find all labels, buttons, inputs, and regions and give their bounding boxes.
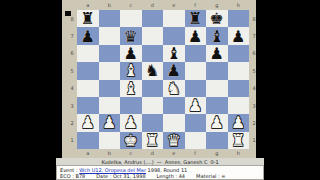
players-separator: — <box>157 159 162 165</box>
square-a7: ♟ <box>77 27 99 44</box>
square-c6: ♟ <box>120 45 142 62</box>
coord-label: 4 <box>68 80 76 97</box>
coord-label: 4 <box>250 80 258 97</box>
square-h8 <box>228 10 250 27</box>
square-f7: ♟ <box>185 27 207 44</box>
square-d3 <box>142 97 164 114</box>
piece-white-pawn-f3: ♟ <box>188 97 202 114</box>
caption-box: Event : Wch U12, Oropesa del Mar 1998, R… <box>56 165 264 180</box>
coord-label: a <box>77 150 99 157</box>
square-g5 <box>206 62 228 79</box>
square-g3 <box>206 97 228 114</box>
piece-white-pawn-h2: ♟ <box>231 114 245 131</box>
coord-label: 7 <box>250 27 258 44</box>
square-b3 <box>99 97 121 114</box>
coord-label: b <box>99 2 121 9</box>
square-g6: ♟ <box>206 45 228 62</box>
coord-label: h <box>228 2 250 9</box>
square-e4: ♞ <box>163 80 185 97</box>
square-d5: ♞ <box>142 62 164 79</box>
coord-label: 3 <box>68 97 76 114</box>
coord-label: d <box>142 2 164 9</box>
coord-label: a <box>77 2 99 9</box>
coord-label: 2 <box>250 114 258 131</box>
square-a2: ♟ <box>77 114 99 131</box>
square-f6 <box>185 45 207 62</box>
caption-field: ECO : B78 <box>60 173 85 179</box>
square-e7 <box>163 27 185 44</box>
piece-black-bishop-g7: ♝ <box>210 28 224 45</box>
coord-label: b <box>99 150 121 157</box>
white-player-name: Kudelka, Andrus (....) <box>101 159 153 165</box>
coord-label: c <box>120 150 142 157</box>
square-d6 <box>142 45 164 62</box>
piece-black-king-g8: ♚ <box>210 10 224 27</box>
square-h5 <box>228 62 250 79</box>
board-frame: abcdefgh 87654321 87654321 ♜♜♚♟♛♟♝♟♟♝♟♝♞… <box>62 0 256 158</box>
square-h3 <box>228 97 250 114</box>
coord-label: 6 <box>68 45 76 62</box>
square-e5: ♟ <box>163 62 185 79</box>
coord-label: 1 <box>68 132 76 149</box>
players-line: Kudelka, Andrus (....) — Annes, Ganesh C… <box>56 158 264 165</box>
square-h1: ♜ <box>228 132 250 149</box>
coord-label: 7 <box>68 27 76 44</box>
square-f4 <box>185 80 207 97</box>
piece-black-queen-c7: ♛ <box>124 28 138 45</box>
square-c1: ♚ <box>120 132 142 149</box>
square-h2: ♟ <box>228 114 250 131</box>
piece-black-knight-d5: ♞ <box>145 62 159 79</box>
square-e6: ♝ <box>163 45 185 62</box>
square-a4 <box>77 80 99 97</box>
coord-label: 5 <box>68 62 76 79</box>
piece-white-pawn-b2: ♟ <box>102 114 116 131</box>
coord-label: h <box>228 150 250 157</box>
square-c3 <box>120 97 142 114</box>
square-g4 <box>206 80 228 97</box>
square-b1 <box>99 132 121 149</box>
piece-black-pawn-g6: ♟ <box>210 45 224 62</box>
coord-label: 6 <box>250 45 258 62</box>
square-f8: ♜ <box>185 10 207 27</box>
square-b2: ♟ <box>99 114 121 131</box>
square-e8 <box>163 10 185 27</box>
square-b5 <box>99 62 121 79</box>
piece-white-queen-e1: ♛ <box>167 132 181 149</box>
coord-label: 3 <box>250 97 258 114</box>
square-b6 <box>99 45 121 62</box>
square-b7 <box>99 27 121 44</box>
coord-label: 2 <box>68 114 76 131</box>
fields-line: ECO : B78Date : Oct 31, 1998Length : 44M… <box>60 173 260 179</box>
piece-black-pawn-e5: ♟ <box>167 62 181 79</box>
square-f3: ♟ <box>185 97 207 114</box>
coord-label: f <box>185 2 207 9</box>
board: ♜♜♚♟♛♟♝♟♟♝♟♝♞♟♝♞♟♟♟♟♟♟♚♜♛♜ <box>77 10 249 149</box>
square-e1: ♛ <box>163 132 185 149</box>
square-a8: ♜ <box>77 10 99 27</box>
piece-white-pawn-a2: ♟ <box>81 114 95 131</box>
square-d7 <box>142 27 164 44</box>
piece-white-bishop-c5: ♝ <box>124 62 138 79</box>
black-player-name: Annes, Ganesh C <box>165 159 208 165</box>
caption-field: Length : 44 <box>157 173 185 179</box>
square-g1 <box>206 132 228 149</box>
file-labels-bottom: abcdefgh <box>77 150 249 157</box>
rank-labels-right: 87654321 <box>250 10 258 149</box>
square-d8 <box>142 10 164 27</box>
square-b4 <box>99 80 121 97</box>
piece-white-king-c1: ♚ <box>124 132 138 149</box>
piece-black-pawn-a7: ♟ <box>81 28 95 45</box>
piece-black-pawn-c6: ♟ <box>124 45 138 62</box>
piece-white-bishop-c4: ♝ <box>124 80 138 97</box>
piece-white-pawn-c2: ♟ <box>124 114 138 131</box>
coord-label: 1 <box>250 132 258 149</box>
rank-labels-left: 87654321 <box>68 10 76 149</box>
piece-white-knight-e4: ♞ <box>167 80 181 97</box>
screenshot-stage: abcdefgh 87654321 87654321 ♜♜♚♟♛♟♝♟♟♝♟♝♞… <box>0 0 320 180</box>
game-result: 0-1 <box>210 159 218 165</box>
piece-black-rook-a8: ♜ <box>81 10 95 27</box>
coord-label: c <box>120 2 142 9</box>
square-g7: ♝ <box>206 27 228 44</box>
square-h7: ♟ <box>228 27 250 44</box>
square-a3 <box>77 97 99 114</box>
square-c5: ♝ <box>120 62 142 79</box>
coord-label: e <box>163 150 185 157</box>
square-h4 <box>228 80 250 97</box>
piece-white-pawn-g2: ♟ <box>210 114 224 131</box>
square-a5 <box>77 62 99 79</box>
file-labels-top: abcdefgh <box>77 2 249 9</box>
square-a1 <box>77 132 99 149</box>
square-a6 <box>77 45 99 62</box>
caption-field: Material : = <box>196 173 225 179</box>
piece-white-rook-h1: ♜ <box>231 132 245 149</box>
caption-field: Date : Oct 31, 1998 <box>96 173 145 179</box>
square-c2: ♟ <box>120 114 142 131</box>
square-g2: ♟ <box>206 114 228 131</box>
square-d2 <box>142 114 164 131</box>
coord-label: 8 <box>250 10 258 27</box>
square-g8: ♚ <box>206 10 228 27</box>
coord-label: e <box>163 2 185 9</box>
square-d4 <box>142 80 164 97</box>
piece-black-pawn-h7: ♟ <box>231 28 245 45</box>
coord-label: d <box>142 150 164 157</box>
square-f1 <box>185 132 207 149</box>
coord-label: 8 <box>68 10 76 27</box>
square-c7: ♛ <box>120 27 142 44</box>
coord-label: g <box>206 2 228 9</box>
square-d1: ♜ <box>142 132 164 149</box>
square-c4: ♝ <box>120 80 142 97</box>
piece-black-rook-f8: ♜ <box>188 10 202 27</box>
square-h6 <box>228 45 250 62</box>
square-e3 <box>163 97 185 114</box>
piece-white-rook-d1: ♜ <box>145 132 159 149</box>
coord-label: 5 <box>250 62 258 79</box>
piece-black-pawn-f7: ♟ <box>188 28 202 45</box>
coord-label: f <box>185 150 207 157</box>
square-f2 <box>185 114 207 131</box>
square-c8 <box>120 10 142 27</box>
piece-black-bishop-e6: ♝ <box>167 45 181 62</box>
coord-label: g <box>206 150 228 157</box>
square-f5 <box>185 62 207 79</box>
square-e2 <box>163 114 185 131</box>
square-b8 <box>99 10 121 27</box>
